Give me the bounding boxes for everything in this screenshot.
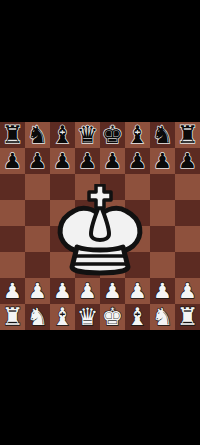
square-d8[interactable]: ♛ (75, 122, 100, 148)
square-f4[interactable] (125, 226, 150, 252)
square-g2[interactable]: ♟ (150, 278, 175, 304)
black-pawn[interactable]: ♟ (178, 151, 197, 172)
square-g4[interactable] (150, 226, 175, 252)
square-a3[interactable] (0, 252, 25, 278)
white-bishop[interactable]: ♝ (52, 305, 74, 329)
square-a7[interactable]: ♟ (0, 148, 25, 174)
square-g5[interactable] (150, 200, 175, 226)
square-e8[interactable]: ♚ (100, 122, 125, 148)
square-b8[interactable]: ♞ (25, 122, 50, 148)
square-e6[interactable] (100, 174, 125, 200)
white-pawn[interactable]: ♟ (178, 281, 197, 302)
square-g8[interactable]: ♞ (150, 122, 175, 148)
black-rook[interactable]: ♜ (177, 123, 199, 147)
square-d6[interactable] (75, 174, 100, 200)
square-g1[interactable]: ♞ (150, 304, 175, 330)
white-pawn[interactable]: ♟ (153, 281, 172, 302)
square-d1[interactable]: ♛ (75, 304, 100, 330)
black-rook[interactable]: ♜ (2, 123, 24, 147)
square-e7[interactable]: ♟ (100, 148, 125, 174)
square-e2[interactable]: ♟ (100, 278, 125, 304)
white-queen[interactable]: ♛ (77, 305, 99, 329)
square-h3[interactable] (175, 252, 200, 278)
chess-board: ♜♞♝♛♚♝♞♜♟♟♟♟♟♟♟♟♟♟♟♟♟♟♟♟♜♞♝♛♚♝♞♜ (0, 122, 200, 330)
square-c2[interactable]: ♟ (50, 278, 75, 304)
square-h5[interactable] (175, 200, 200, 226)
square-d4[interactable] (75, 226, 100, 252)
square-b6[interactable] (25, 174, 50, 200)
square-g6[interactable] (150, 174, 175, 200)
square-b5[interactable] (25, 200, 50, 226)
square-c8[interactable]: ♝ (50, 122, 75, 148)
square-a6[interactable] (0, 174, 25, 200)
black-king[interactable]: ♚ (102, 123, 124, 147)
square-d5[interactable] (75, 200, 100, 226)
square-h2[interactable]: ♟ (175, 278, 200, 304)
square-a8[interactable]: ♜ (0, 122, 25, 148)
white-pawn[interactable]: ♟ (28, 281, 47, 302)
white-rook[interactable]: ♜ (177, 305, 199, 329)
white-pawn[interactable]: ♟ (128, 281, 147, 302)
square-c4[interactable] (50, 226, 75, 252)
app-background: ♜♞♝♛♚♝♞♜♟♟♟♟♟♟♟♟♟♟♟♟♟♟♟♟♜♞♝♛♚♝♞♜ (0, 0, 200, 445)
square-e4[interactable] (100, 226, 125, 252)
square-b1[interactable]: ♞ (25, 304, 50, 330)
square-e3[interactable] (100, 252, 125, 278)
white-pawn[interactable]: ♟ (53, 281, 72, 302)
black-pawn[interactable]: ♟ (103, 151, 122, 172)
square-h4[interactable] (175, 226, 200, 252)
black-bishop[interactable]: ♝ (127, 123, 149, 147)
square-a1[interactable]: ♜ (0, 304, 25, 330)
square-h8[interactable]: ♜ (175, 122, 200, 148)
white-knight[interactable]: ♞ (152, 305, 174, 329)
square-h7[interactable]: ♟ (175, 148, 200, 174)
black-pawn[interactable]: ♟ (153, 151, 172, 172)
square-b3[interactable] (25, 252, 50, 278)
square-c7[interactable]: ♟ (50, 148, 75, 174)
square-b2[interactable]: ♟ (25, 278, 50, 304)
square-g7[interactable]: ♟ (150, 148, 175, 174)
black-pawn[interactable]: ♟ (78, 151, 97, 172)
square-c3[interactable] (50, 252, 75, 278)
square-f2[interactable]: ♟ (125, 278, 150, 304)
white-bishop[interactable]: ♝ (127, 305, 149, 329)
black-pawn[interactable]: ♟ (28, 151, 47, 172)
white-pawn[interactable]: ♟ (103, 281, 122, 302)
square-h1[interactable]: ♜ (175, 304, 200, 330)
square-d2[interactable]: ♟ (75, 278, 100, 304)
square-c1[interactable]: ♝ (50, 304, 75, 330)
square-b7[interactable]: ♟ (25, 148, 50, 174)
square-f8[interactable]: ♝ (125, 122, 150, 148)
black-pawn[interactable]: ♟ (3, 151, 22, 172)
square-f5[interactable] (125, 200, 150, 226)
square-a5[interactable] (0, 200, 25, 226)
square-e1[interactable]: ♚ (100, 304, 125, 330)
white-pawn[interactable]: ♟ (3, 281, 22, 302)
square-b4[interactable] (25, 226, 50, 252)
black-pawn[interactable]: ♟ (128, 151, 147, 172)
white-rook[interactable]: ♜ (2, 305, 24, 329)
square-d3[interactable] (75, 252, 100, 278)
square-g3[interactable] (150, 252, 175, 278)
white-knight[interactable]: ♞ (27, 305, 49, 329)
square-e5[interactable] (100, 200, 125, 226)
square-c5[interactable] (50, 200, 75, 226)
black-knight[interactable]: ♞ (27, 123, 49, 147)
square-f1[interactable]: ♝ (125, 304, 150, 330)
black-queen[interactable]: ♛ (77, 123, 99, 147)
square-h6[interactable] (175, 174, 200, 200)
square-f6[interactable] (125, 174, 150, 200)
black-knight[interactable]: ♞ (152, 123, 174, 147)
square-f7[interactable]: ♟ (125, 148, 150, 174)
square-a2[interactable]: ♟ (0, 278, 25, 304)
square-a4[interactable] (0, 226, 25, 252)
black-pawn[interactable]: ♟ (53, 151, 72, 172)
white-king[interactable]: ♚ (102, 305, 124, 329)
black-bishop[interactable]: ♝ (52, 123, 74, 147)
square-d7[interactable]: ♟ (75, 148, 100, 174)
white-pawn[interactable]: ♟ (78, 281, 97, 302)
square-f3[interactable] (125, 252, 150, 278)
square-c6[interactable] (50, 174, 75, 200)
